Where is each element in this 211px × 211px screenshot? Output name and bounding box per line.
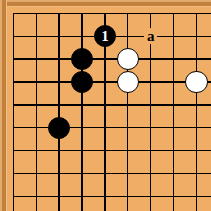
grid-line-vertical — [127, 13, 128, 211]
grid-line-vertical — [13, 13, 14, 211]
board-edge-top — [0, 0, 211, 7]
grid-line-horizontal — [13, 13, 211, 14]
grid-line-horizontal — [13, 150, 211, 151]
grid-line-horizontal — [13, 104, 211, 105]
point-label-a: a — [144, 28, 157, 44]
black-stone — [71, 48, 94, 71]
grid-line-horizontal — [13, 173, 211, 174]
white-stone — [117, 71, 140, 94]
grid-line-vertical — [36, 13, 37, 211]
grid-line-horizontal — [13, 81, 211, 82]
black-stone: 1 — [94, 25, 117, 48]
grid-line-horizontal — [13, 196, 211, 197]
grid-line-vertical — [81, 13, 82, 211]
grid-line-vertical — [58, 13, 59, 211]
black-stone — [48, 117, 71, 140]
grid-line-vertical — [196, 13, 197, 211]
move-number-label: 1 — [101, 28, 109, 43]
grid-line-horizontal — [13, 58, 211, 59]
white-stone — [185, 71, 208, 94]
grid-line-vertical — [173, 13, 174, 211]
board-edge-left — [0, 0, 7, 211]
black-stone — [71, 71, 94, 94]
white-stone — [117, 48, 140, 71]
grid-line-horizontal — [13, 127, 211, 128]
go-board[interactable]: a 1 — [0, 0, 211, 211]
